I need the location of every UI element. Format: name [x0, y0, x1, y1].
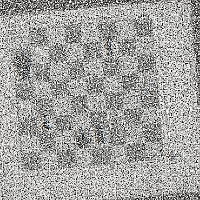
square: [109, 144, 128, 163]
square: [57, 148, 76, 167]
square: [55, 131, 74, 150]
square: [143, 123, 162, 142]
photo-background: ♗♝♚♔♟♙♟♞ Chess ❖: [0, 0, 200, 200]
board-brand-text: Chess: [159, 54, 169, 83]
square: [48, 44, 67, 63]
square: [46, 26, 65, 45]
black-knight: ♞: [90, 119, 107, 149]
square: [54, 114, 73, 133]
black-pawn: ♟: [39, 112, 52, 134]
square: [117, 38, 136, 57]
square: [86, 76, 105, 95]
square: [144, 141, 163, 160]
square: [20, 134, 39, 153]
chess-board-frame: ♗♝♚♔♟♙♟♞ Chess ❖: [0, 0, 200, 200]
square: [83, 41, 102, 60]
square: [67, 60, 86, 79]
square: [103, 74, 122, 93]
square: [135, 36, 154, 55]
square: [39, 150, 58, 169]
square: [19, 117, 38, 136]
board-grid: ♗♝♚♔♟♙♟♞: [11, 19, 163, 171]
square: [70, 95, 89, 114]
square: [29, 28, 48, 47]
square: [84, 58, 103, 77]
square: [22, 152, 41, 171]
square: [116, 20, 135, 39]
square: [133, 19, 152, 38]
square: [33, 80, 52, 99]
square: [81, 23, 100, 42]
square: [49, 61, 68, 80]
white-pawn: ♙: [108, 105, 122, 129]
white-king: ♔: [136, 70, 160, 111]
square: [52, 96, 71, 115]
square: [68, 77, 87, 96]
square: [17, 99, 36, 118]
black-king: ♚: [10, 43, 35, 86]
square: [87, 93, 106, 112]
brand-logo-diamond: ❖: [162, 147, 182, 167]
square: [51, 79, 70, 98]
white-bishop: ♗: [64, 16, 81, 45]
square: [127, 142, 146, 161]
square: [125, 125, 144, 144]
